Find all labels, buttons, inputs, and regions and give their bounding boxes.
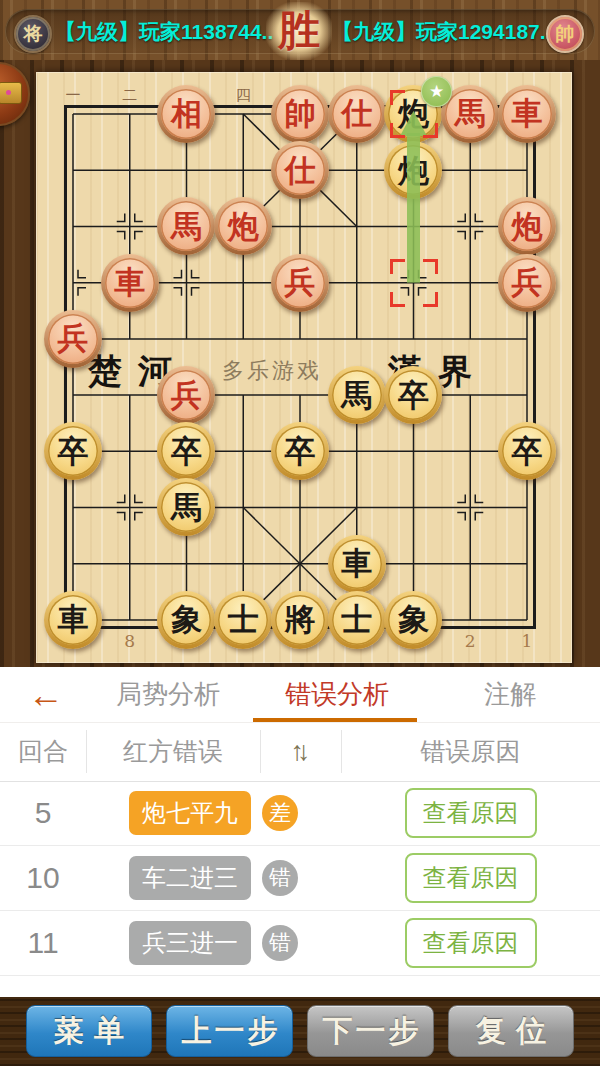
action-cell: 查看原因	[341, 918, 600, 968]
black-piece-卒[interactable]: 卒	[157, 422, 215, 480]
black-piece-炮[interactable]: 炮	[384, 141, 442, 199]
piece-glyph: 車	[114, 267, 145, 298]
red-piece-兵[interactable]: 兵	[271, 254, 329, 312]
piece-face: 馬	[161, 482, 211, 532]
red-piece-炮[interactable]: 炮	[214, 197, 272, 255]
round-number: 10	[0, 861, 86, 895]
left-player-name: 【九级】玩家1138744..	[55, 18, 273, 46]
piece-face: 卒	[48, 426, 98, 476]
black-piece-卒[interactable]: 卒	[498, 422, 556, 480]
grade-badge: 错	[262, 860, 298, 896]
piece-glyph: 馬	[341, 380, 372, 411]
move-badge: 兵三进一	[129, 921, 251, 965]
piece-glyph: 卒	[398, 380, 429, 411]
piece-glyph: 卒	[284, 436, 315, 467]
red-general-icon: 帥	[546, 15, 584, 53]
piece-glyph: 炮	[228, 211, 259, 242]
piece-face: 相	[161, 89, 211, 139]
right-player-name: 【九级】玩家1294187..	[332, 18, 551, 46]
table-row: 5炮七平九差查看原因	[0, 781, 600, 846]
result-text: 胜	[278, 3, 320, 59]
black-piece-卒[interactable]: 卒	[384, 366, 442, 424]
piece-face: 象	[388, 595, 438, 645]
view-reason-button[interactable]: 查看原因	[405, 853, 537, 903]
header-separator	[86, 730, 87, 773]
piece-face: 卒	[161, 426, 211, 476]
move-cell: 炮七平九差	[86, 791, 341, 835]
grade-badge: 错	[262, 925, 298, 961]
piece-face: 馬	[445, 89, 495, 139]
piece-glyph: 炮	[398, 98, 429, 129]
piece-glyph: 兵	[511, 267, 542, 298]
piece-glyph: 車	[57, 604, 88, 635]
piece-face: 卒	[502, 426, 552, 476]
reset-button[interactable]: 复位	[448, 1005, 574, 1057]
action-cell: 查看原因	[341, 788, 600, 838]
tab-situation-analysis[interactable]: 局势分析	[88, 667, 248, 722]
piece-face: 帥	[275, 89, 325, 139]
piece-glyph: 象	[398, 604, 429, 635]
view-reason-button[interactable]: 查看原因	[405, 788, 537, 838]
piece-face: 炮	[502, 201, 552, 251]
star-badge: ★	[421, 76, 452, 107]
piece-face: 將	[275, 595, 325, 645]
header-separator	[260, 730, 261, 773]
piece-glyph: 士	[341, 604, 372, 635]
move-badge: 炮七平九	[129, 791, 251, 835]
black-piece-馬[interactable]: 馬	[157, 478, 215, 536]
piece-glyph: 仕	[341, 98, 372, 129]
black-piece-將[interactable]: 將	[271, 591, 329, 649]
header-red-mistake: 红方错误	[86, 735, 260, 768]
black-piece-馬[interactable]: 馬	[328, 366, 386, 424]
piece-glyph: 相	[171, 98, 202, 129]
piece-face: 炮	[218, 201, 268, 251]
bottom-bar: 菜单上一步下一步复位	[0, 997, 600, 1066]
red-piece-相[interactable]: 相	[157, 85, 215, 143]
red-piece-馬[interactable]: 馬	[157, 197, 215, 255]
table-header: 回合 红方错误 ↑↓ 错误原因	[0, 722, 600, 782]
table-row: 10车二进三错查看原因	[0, 846, 600, 911]
header-round: 回合	[0, 735, 86, 768]
piece-face: 仕	[332, 89, 382, 139]
star-icon: ★	[429, 81, 444, 102]
piece-glyph: 卒	[57, 436, 88, 467]
red-piece-仕[interactable]: 仕	[328, 85, 386, 143]
red-piece-帥[interactable]: 帥	[271, 85, 329, 143]
top-bar: 将 【九级】玩家1138744.. 胜 【九级】玩家1294187.. 帥	[0, 0, 600, 60]
view-reason-button[interactable]: 查看原因	[405, 918, 537, 968]
piece-glyph: 士	[228, 604, 259, 635]
table-row: 11兵三进一错查看原因	[0, 911, 600, 976]
tab-row: ← 局势分析错误分析注解	[0, 667, 600, 723]
xiangqi-board: 一二三四五六七八九987654321 楚河 多乐游戏 漢界 相帥仕炮馬車仕炮馬炮…	[0, 60, 600, 667]
action-cell: 查看原因	[341, 853, 600, 903]
black-piece-車[interactable]: 車	[328, 535, 386, 593]
move-cell: 兵三进一错	[86, 921, 341, 965]
piece-glyph: 兵	[284, 267, 315, 298]
back-button[interactable]: ←	[22, 673, 70, 717]
piece-face: 仕	[275, 145, 325, 195]
piece-face: 象	[161, 595, 211, 645]
move-cell: 车二进三错	[86, 856, 341, 900]
table-rows: 5炮七平九差查看原因10车二进三错查看原因11兵三进一错查看原因	[0, 781, 600, 976]
piece-glyph: 炮	[398, 155, 429, 186]
piece-face: 車	[48, 595, 98, 645]
header-separator	[341, 730, 342, 773]
header-reason: 错误原因	[341, 735, 600, 768]
tab-mistake-analysis[interactable]: 错误分析	[257, 667, 417, 722]
piece-face: 炮	[388, 145, 438, 195]
piece-face: 車	[502, 89, 552, 139]
piece-glyph: 馬	[171, 492, 202, 523]
piece-face: 士	[332, 595, 382, 645]
black-piece-士[interactable]: 士	[328, 591, 386, 649]
red-piece-兵[interactable]: 兵	[44, 310, 102, 368]
piece-glyph: 卒	[171, 436, 202, 467]
piece-glyph: 仕	[284, 155, 315, 186]
sort-icon[interactable]: ↑↓	[260, 736, 341, 767]
piece-face: 車	[105, 258, 155, 308]
menu-button[interactable]: 菜单	[26, 1005, 152, 1057]
piece-glyph: 兵	[171, 380, 202, 411]
piece-glyph: 馬	[171, 211, 202, 242]
prev-step-button[interactable]: 上一步	[166, 1005, 293, 1057]
piece-glyph: 馬	[455, 98, 486, 129]
piece-glyph: 象	[171, 604, 202, 635]
black-piece-卒[interactable]: 卒	[44, 422, 102, 480]
piece-face: 兵	[275, 258, 325, 308]
black-general-icon: 将	[14, 15, 52, 53]
tab-annotation[interactable]: 注解	[430, 667, 590, 722]
piece-face: 車	[332, 539, 382, 589]
black-piece-車[interactable]: 車	[44, 591, 102, 649]
piece-face: 卒	[388, 370, 438, 420]
move-badge: 车二进三	[129, 856, 251, 900]
black-piece-象[interactable]: 象	[384, 591, 442, 649]
piece-glyph: 車	[511, 98, 542, 129]
piece-face: 卒	[275, 426, 325, 476]
piece-face: 士	[218, 595, 268, 645]
piece-face: 馬	[161, 201, 211, 251]
red-piece-兵[interactable]: 兵	[157, 366, 215, 424]
piece-face: 兵	[161, 370, 211, 420]
board-grid: 相帥仕炮馬車仕炮馬炮炮車兵兵兵兵馬卒卒卒卒卒馬車車象士將士象	[45, 86, 556, 648]
black-piece-卒[interactable]: 卒	[271, 422, 329, 480]
piece-glyph: 將	[284, 604, 315, 635]
piece-glyph: 兵	[57, 323, 88, 354]
piece-face: 兵	[502, 258, 552, 308]
red-piece-炮[interactable]: 炮	[498, 197, 556, 255]
red-piece-車[interactable]: 車	[101, 254, 159, 312]
piece-glyph: 炮	[511, 211, 542, 242]
red-piece-車[interactable]: 車	[498, 85, 556, 143]
grade-badge: 差	[262, 795, 298, 831]
red-piece-兵[interactable]: 兵	[498, 254, 556, 312]
piece-glyph: 帥	[284, 98, 315, 129]
piece-glyph: 卒	[511, 436, 542, 467]
black-piece-士[interactable]: 士	[214, 591, 272, 649]
round-number: 5	[0, 796, 86, 830]
piece-face: 兵	[48, 314, 98, 364]
red-piece-仕[interactable]: 仕	[271, 141, 329, 199]
result-badge: 胜	[266, 2, 332, 60]
next-step-button[interactable]: 下一步	[307, 1005, 434, 1057]
black-piece-象[interactable]: 象	[157, 591, 215, 649]
piece-glyph: 車	[341, 548, 372, 579]
analysis-panel: ← 局势分析错误分析注解 回合 红方错误 ↑↓ 错误原因 5炮七平九差查看原因1…	[0, 667, 600, 997]
piece-face: 馬	[332, 370, 382, 420]
round-number: 11	[0, 926, 86, 960]
